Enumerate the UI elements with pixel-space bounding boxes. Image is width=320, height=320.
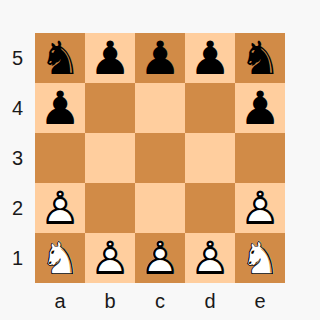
black-pawn-glyph: ♟	[235, 83, 285, 133]
square-e4[interactable]: ♟	[235, 83, 285, 133]
square-a3[interactable]	[35, 133, 85, 183]
rank-label-3: 3	[0, 133, 35, 183]
rank-label-1: 1	[0, 233, 35, 283]
file-label-b: b	[85, 283, 135, 320]
black-knight: ♞	[235, 33, 285, 83]
white-pawn: ♟♙	[185, 233, 235, 283]
black-pawn-glyph: ♟	[135, 33, 185, 83]
black-knight-glyph: ♞	[35, 33, 85, 83]
file-label-e: e	[235, 283, 285, 320]
rank-label-4: 4	[0, 83, 35, 133]
black-pawn-glyph: ♟	[85, 33, 135, 83]
square-e1[interactable]: ♞♘	[235, 233, 285, 283]
rank-labels: 54321	[0, 33, 35, 283]
black-pawn: ♟	[235, 83, 285, 133]
file-label-d: d	[185, 283, 235, 320]
rank-label-2: 2	[0, 183, 35, 233]
square-a1[interactable]: ♞♘	[35, 233, 85, 283]
square-e5[interactable]: ♞	[235, 33, 285, 83]
white-pawn: ♟♙	[35, 183, 85, 233]
black-pawn: ♟	[35, 83, 85, 133]
black-knight-glyph: ♞	[235, 33, 285, 83]
square-c3[interactable]	[135, 133, 185, 183]
square-b5[interactable]: ♟	[85, 33, 135, 83]
square-c5[interactable]: ♟	[135, 33, 185, 83]
white-pawn-glyph: ♙	[85, 233, 135, 283]
square-a5[interactable]: ♞	[35, 33, 85, 83]
white-knight-glyph: ♘	[35, 233, 85, 283]
black-pawn: ♟	[135, 33, 185, 83]
square-c4[interactable]	[135, 83, 185, 133]
white-pawn-glyph: ♙	[185, 233, 235, 283]
square-d1[interactable]: ♟♙	[185, 233, 235, 283]
square-c2[interactable]	[135, 183, 185, 233]
square-b1[interactable]: ♟♙	[85, 233, 135, 283]
square-d3[interactable]	[185, 133, 235, 183]
square-d4[interactable]	[185, 83, 235, 133]
file-labels: abcde	[35, 283, 285, 320]
square-e2[interactable]: ♟♙	[235, 183, 285, 233]
chess-board: ♞♟♟♟♞♟♟♟♙♟♙♞♘♟♙♟♙♟♙♞♘	[35, 33, 285, 283]
black-pawn-glyph: ♟	[35, 83, 85, 133]
square-d5[interactable]: ♟	[185, 33, 235, 83]
square-a2[interactable]: ♟♙	[35, 183, 85, 233]
file-label-a: a	[35, 283, 85, 320]
black-pawn: ♟	[185, 33, 235, 83]
white-pawn: ♟♙	[235, 183, 285, 233]
white-pawn: ♟♙	[85, 233, 135, 283]
black-pawn: ♟	[85, 33, 135, 83]
square-c1[interactable]: ♟♙	[135, 233, 185, 283]
black-knight: ♞	[35, 33, 85, 83]
white-pawn: ♟♙	[135, 233, 185, 283]
white-pawn-glyph: ♙	[235, 183, 285, 233]
minichess-diagram: 54321 ♞♟♟♟♞♟♟♟♙♟♙♞♘♟♙♟♙♟♙♞♘ abcde	[0, 0, 320, 320]
square-b4[interactable]	[85, 83, 135, 133]
square-e3[interactable]	[235, 133, 285, 183]
square-a4[interactable]: ♟	[35, 83, 85, 133]
rank-label-5: 5	[0, 33, 35, 83]
white-knight: ♞♘	[35, 233, 85, 283]
square-b2[interactable]	[85, 183, 135, 233]
white-pawn-glyph: ♙	[35, 183, 85, 233]
square-b3[interactable]	[85, 133, 135, 183]
white-knight-glyph: ♘	[235, 233, 285, 283]
file-label-c: c	[135, 283, 185, 320]
black-pawn-glyph: ♟	[185, 33, 235, 83]
white-pawn-glyph: ♙	[135, 233, 185, 283]
square-d2[interactable]	[185, 183, 235, 233]
white-knight: ♞♘	[235, 233, 285, 283]
